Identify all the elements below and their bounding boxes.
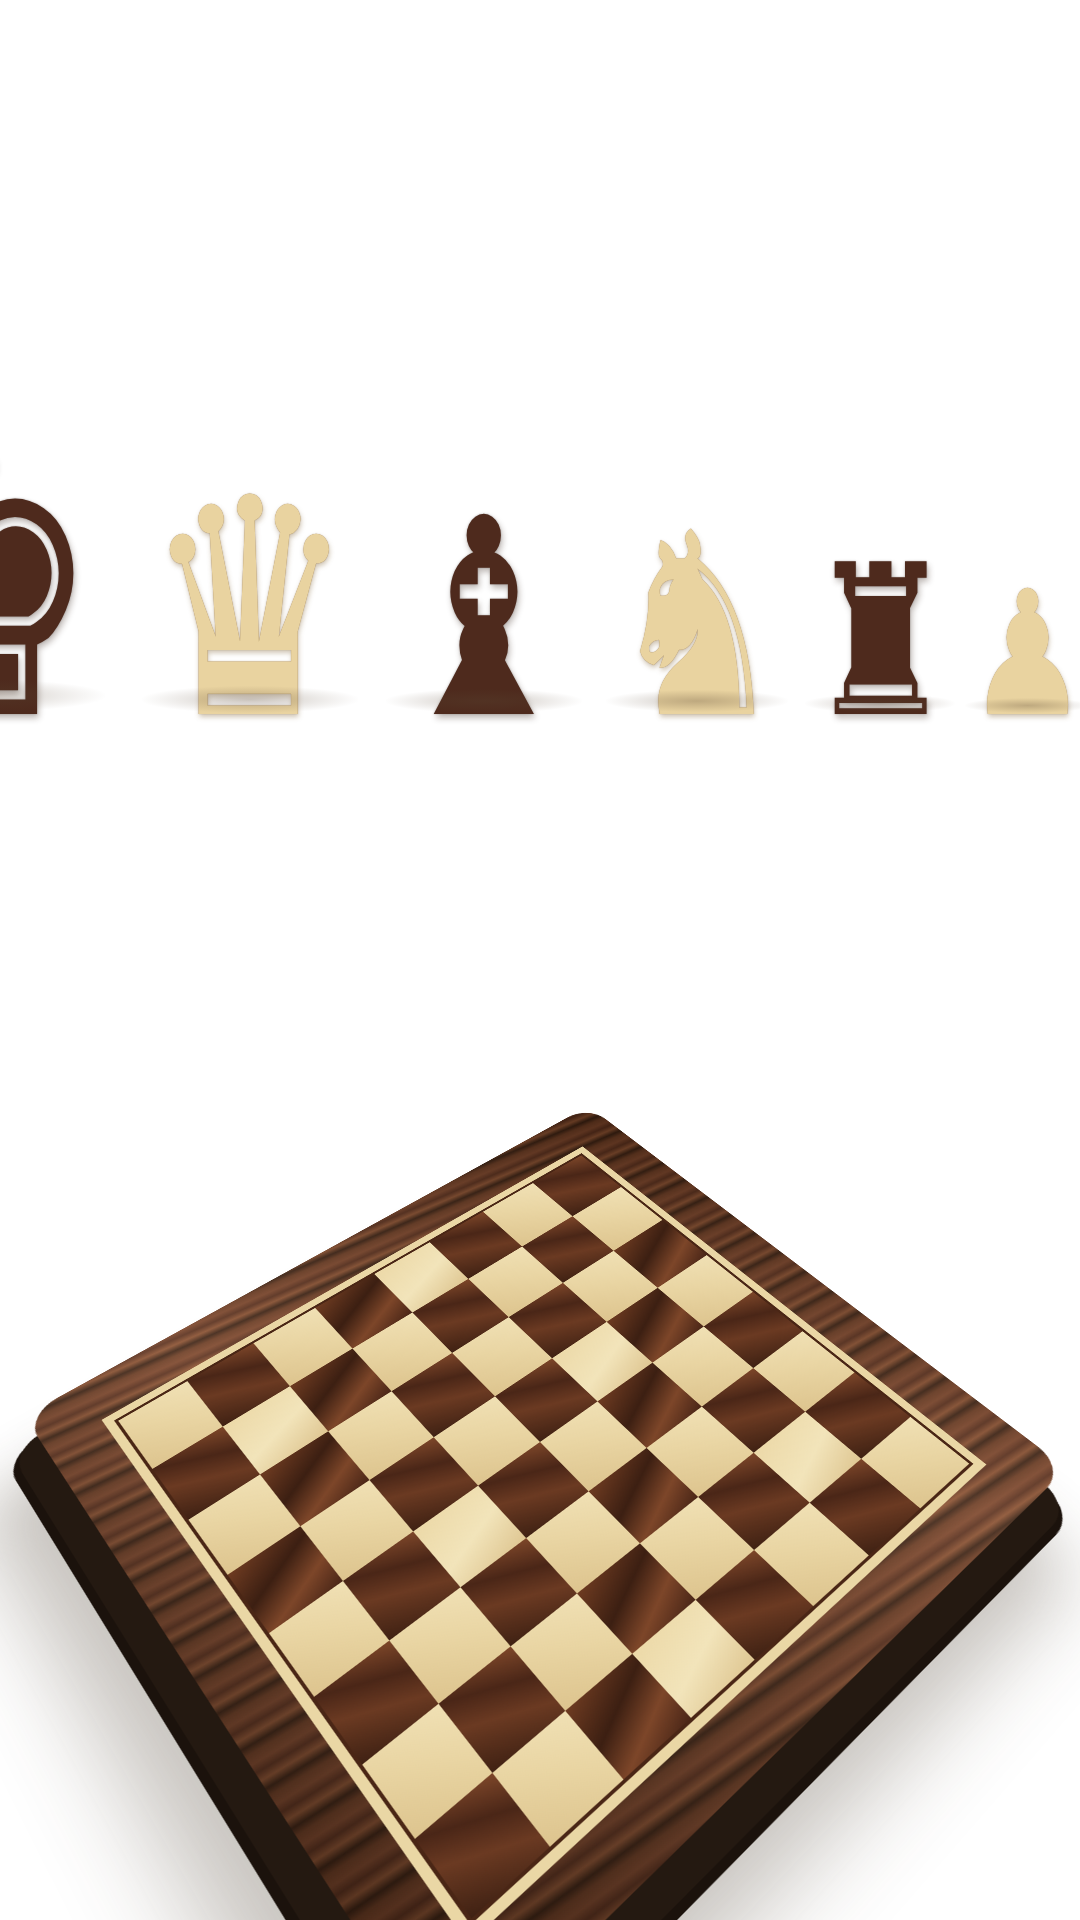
square-r0c4 (704, 1292, 802, 1368)
pawn-glyph: ♟ (967, 568, 1080, 741)
square-r2c1 (468, 1246, 562, 1317)
square-r1c5 (701, 1368, 805, 1453)
square-r2c2 (509, 1283, 606, 1358)
square-r1c1 (522, 1216, 614, 1283)
square-r5c1 (290, 1348, 392, 1431)
square-r3c3 (495, 1358, 598, 1442)
board-frame (24, 1106, 1067, 1920)
piece-light-knight: ♞ (583, 499, 811, 753)
piece-light-queen: ♛ (114, 459, 385, 761)
square-r2c3 (552, 1322, 652, 1402)
square-r1c0 (483, 1183, 573, 1246)
square-r0c6 (806, 1372, 910, 1458)
square-r0c5 (753, 1331, 854, 1411)
square-r2c0 (430, 1212, 522, 1279)
knight-glyph: ♞ (608, 499, 786, 753)
bishop-glyph: ♝ (388, 483, 580, 757)
chessboard-scene (0, 1122, 1080, 1762)
square-r0c0 (533, 1155, 620, 1215)
square-r2c4 (598, 1363, 702, 1448)
square-r5c0 (253, 1308, 352, 1386)
square-r1c4 (652, 1326, 753, 1406)
king-glyph: ♚ (0, 400, 102, 772)
rook-glyph: ♜ (807, 537, 953, 746)
square-r4c0 (316, 1274, 413, 1348)
queen-glyph: ♛ (144, 459, 355, 761)
square-r3c2 (452, 1317, 552, 1396)
product-photo-page: ♚♛♝♞♜♟ (0, 400, 1080, 1920)
square-r0c3 (658, 1255, 753, 1326)
board-rotation-wrapper (162, 1064, 917, 1819)
piece-dark-bishop: ♝ (361, 483, 607, 757)
piece-light-pawn: ♟ (950, 568, 1080, 741)
chess-pieces-row: ♚♛♝♞♜♟ (0, 400, 1080, 772)
square-r1c3 (606, 1287, 704, 1362)
square-r4c2 (392, 1353, 495, 1437)
board-inlay-line (102, 1146, 987, 1920)
board-grid (118, 1155, 969, 1918)
square-r0c1 (573, 1187, 663, 1251)
square-r4c1 (353, 1312, 453, 1391)
square-r3c1 (412, 1278, 509, 1352)
square-r1c2 (563, 1251, 658, 1322)
piece-dark-rook: ♜ (787, 537, 974, 746)
chessboard (24, 1106, 1067, 1920)
square-r0c2 (614, 1220, 706, 1287)
square-r6c0 (188, 1343, 290, 1426)
square-r3c0 (374, 1242, 468, 1312)
